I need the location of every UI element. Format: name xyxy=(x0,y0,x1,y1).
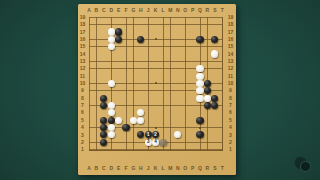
white-stone-d16[interactable] xyxy=(108,36,115,43)
row-label-left: 10 xyxy=(78,81,88,86)
row-label-left: 5 xyxy=(78,118,88,123)
white-stone-j2[interactable]: 3 xyxy=(145,139,152,146)
black-stone-q16[interactable] xyxy=(196,36,203,43)
move-number-label: 3 xyxy=(147,140,150,145)
row-label-right: 2 xyxy=(226,140,236,145)
row-label-left: 1 xyxy=(78,147,88,152)
row-label-left: 4 xyxy=(78,125,88,130)
row-label-right: 3 xyxy=(226,133,236,138)
row-label-right: 10 xyxy=(226,81,236,86)
white-stone-d17[interactable] xyxy=(108,28,115,35)
row-label-right: 11 xyxy=(226,74,236,79)
go-app-screen: AABBCCDDEEFFGGHHJJKKLLMMNNOOPPQQRRSSTT19… xyxy=(0,0,320,180)
black-stone-d5[interactable] xyxy=(108,117,115,124)
black-stone-e17[interactable] xyxy=(115,28,122,35)
row-label-right: 14 xyxy=(226,52,236,57)
logo-stone2-icon xyxy=(300,161,311,172)
row-label-left: 3 xyxy=(78,133,88,138)
black-stone-f4[interactable] xyxy=(122,124,129,131)
row-label-right: 4 xyxy=(226,125,236,130)
row-label-right: 1 xyxy=(226,147,236,152)
row-label-right: 12 xyxy=(226,66,236,71)
black-stone-q5[interactable] xyxy=(196,117,203,124)
row-label-right: 8 xyxy=(226,96,236,101)
ghost-stone-l2-preview[interactable] xyxy=(159,139,166,146)
row-label-right: 7 xyxy=(226,103,236,108)
row-label-left: 11 xyxy=(78,74,88,79)
white-stone-q8[interactable] xyxy=(196,95,203,102)
row-label-left: 17 xyxy=(78,30,88,35)
row-label-left: 6 xyxy=(78,110,88,115)
move-number-label: 4 xyxy=(154,140,157,145)
white-stone-d15[interactable] xyxy=(108,43,115,50)
white-stone-d4[interactable] xyxy=(108,124,115,131)
row-label-left: 13 xyxy=(78,59,88,64)
white-stone-r8[interactable] xyxy=(204,95,211,102)
row-label-right: 13 xyxy=(226,59,236,64)
white-stone-g5[interactable] xyxy=(130,117,137,124)
star-point xyxy=(155,127,157,129)
white-stone-q9[interactable] xyxy=(196,87,203,94)
row-label-left: 15 xyxy=(78,44,88,49)
white-stone-q12[interactable] xyxy=(196,65,203,72)
row-label-left: 2 xyxy=(78,140,88,145)
row-label-right: 6 xyxy=(226,110,236,115)
star-point xyxy=(199,127,201,129)
white-stone-e5[interactable] xyxy=(115,117,122,124)
row-label-right: 5 xyxy=(226,118,236,123)
row-label-left: 16 xyxy=(78,37,88,42)
black-stone-r10[interactable] xyxy=(204,80,211,87)
row-label-left: 18 xyxy=(78,22,88,27)
go-board[interactable]: AABBCCDDEEFFGGHHJJKKLLMMNNOOPPQQRRSSTT19… xyxy=(78,4,236,175)
row-label-right: 19 xyxy=(226,15,236,20)
row-label-left: 14 xyxy=(78,52,88,57)
white-stone-q11[interactable] xyxy=(196,73,203,80)
white-stone-s14[interactable] xyxy=(211,50,218,57)
white-stone-d7[interactable] xyxy=(108,102,115,109)
row-label-left: 19 xyxy=(78,15,88,20)
row-label-right: 17 xyxy=(226,30,236,35)
row-label-left: 12 xyxy=(78,66,88,71)
row-label-right: 9 xyxy=(226,88,236,93)
row-label-left: 9 xyxy=(78,88,88,93)
white-stone-q10[interactable] xyxy=(196,80,203,87)
column-label-top: T xyxy=(218,8,226,13)
white-stone-d10[interactable] xyxy=(108,80,115,87)
column-label-bottom: T xyxy=(218,166,226,171)
move-number-label: 1 xyxy=(147,132,150,137)
white-stone-k2[interactable]: 4 xyxy=(152,139,159,146)
move-number-label: 2 xyxy=(154,132,157,137)
row-label-right: 16 xyxy=(226,37,236,42)
row-label-right: 18 xyxy=(226,22,236,27)
black-stone-r7[interactable] xyxy=(204,102,211,109)
app-logo xyxy=(294,156,312,173)
row-label-left: 7 xyxy=(78,103,88,108)
row-label-right: 15 xyxy=(226,44,236,49)
row-label-left: 8 xyxy=(78,96,88,101)
